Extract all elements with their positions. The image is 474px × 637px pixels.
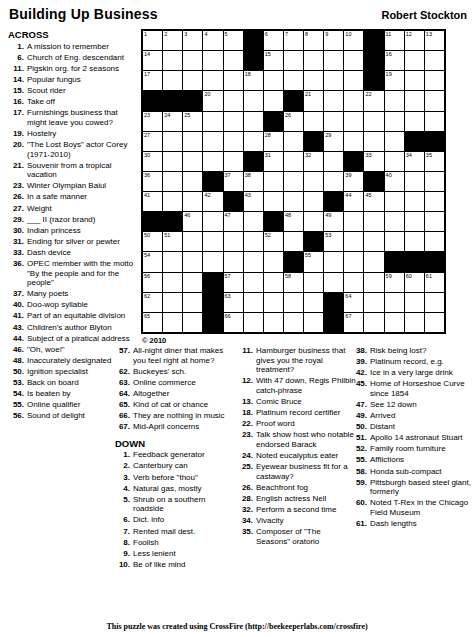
cell-number: 57	[225, 273, 231, 280]
cell-number: 47	[225, 212, 231, 219]
grid-cell[interactable]	[405, 91, 424, 110]
clue-text: With 47 down, Regis Philbin catch-phrase	[256, 376, 356, 395]
grid-cell[interactable]	[344, 232, 363, 251]
grid-cell[interactable]	[284, 192, 303, 211]
cell-number: 15	[265, 51, 271, 58]
grid-cell[interactable]	[203, 252, 222, 271]
clue-number: 23.	[8, 181, 27, 191]
cell-number: 25	[184, 112, 190, 119]
grid-cell[interactable]: 42	[203, 192, 222, 211]
cell-number: 64	[345, 293, 351, 300]
clue-item: 36.OPEC member with the motto "By the pe…	[8, 259, 139, 288]
cell-number: 48	[285, 212, 291, 219]
grid-cell[interactable]: 51	[163, 232, 182, 251]
grid-cell[interactable]: 17	[143, 71, 162, 90]
clue-number: 50.	[352, 422, 370, 432]
grid-cell[interactable]	[385, 112, 404, 131]
clue-item: 61.Dash lengths	[352, 519, 473, 529]
clue-text: A mission to remember	[27, 42, 139, 52]
grid-cell[interactable]	[304, 192, 323, 211]
grid-cell[interactable]: 16	[385, 51, 404, 70]
grid-cell[interactable]	[324, 172, 343, 191]
grid-cell[interactable]	[183, 293, 202, 312]
grid-cell[interactable]	[344, 91, 363, 110]
grid-cell[interactable]	[183, 232, 202, 251]
grid-cell[interactable]: 47	[224, 212, 243, 231]
grid-cell[interactable]	[425, 172, 444, 191]
clue-text: In a safe manner	[27, 192, 139, 202]
down-heading: DOWN	[115, 439, 237, 449]
grid-cell[interactable]: 39	[344, 172, 363, 191]
cell-number: 20	[204, 91, 210, 98]
clue-item: 37.Many poets	[8, 289, 139, 299]
clue-item: 9.Less lenient	[115, 549, 237, 559]
clue-text: Popular fungus	[27, 75, 139, 85]
across-heading: ACROSS	[8, 30, 139, 40]
clue-text: Proof word	[256, 419, 356, 429]
cell-number: 53	[325, 232, 331, 239]
grid-cell[interactable]	[324, 51, 343, 70]
grid-cell[interactable]: 27	[143, 132, 162, 151]
cell-number: 49	[325, 212, 331, 219]
grid-cell[interactable]	[264, 252, 283, 271]
grid-cell[interactable]	[324, 252, 343, 271]
grid-cell[interactable]	[244, 91, 263, 110]
clue-text: Furnishings business that might leave yo…	[27, 108, 139, 127]
clue-item: 52.Family room furniture	[352, 444, 473, 454]
grid-cell[interactable]: 66	[224, 313, 243, 332]
grid-cell[interactable]: 56	[143, 273, 162, 292]
clue-number: 13.	[238, 397, 256, 407]
clue-number: 32.	[238, 505, 256, 515]
grid-cell[interactable]	[425, 313, 444, 332]
grid-cell[interactable]	[324, 273, 343, 292]
grid-cell[interactable]	[163, 132, 182, 151]
grid-cell[interactable]	[163, 71, 182, 90]
clue-item: 7.Rented mail dest.	[115, 527, 237, 537]
clue-number: 14.	[8, 75, 27, 85]
grid-cell[interactable]	[344, 252, 363, 271]
grid-cell[interactable]: 67	[344, 313, 363, 332]
grid-cell[interactable]	[203, 71, 222, 90]
cell-number: 22	[365, 91, 371, 98]
grid-cell[interactable]: 31	[264, 152, 283, 171]
clue-item: 65.Kind of cat or chance	[115, 400, 237, 410]
grid-cell[interactable]	[405, 293, 424, 312]
grid-cell[interactable]	[163, 273, 182, 292]
puzzle-author: Robert Stockton	[381, 9, 467, 21]
grid-cell[interactable]: 60	[405, 273, 424, 292]
clue-text: Perform a second time	[256, 505, 356, 515]
grid-cell[interactable]	[304, 273, 323, 292]
grid-cell[interactable]: 28	[264, 132, 283, 151]
grid-cell[interactable]	[364, 313, 383, 332]
grid-black-cell	[284, 252, 303, 271]
grid-cell[interactable]	[425, 51, 444, 70]
grid-cell[interactable]: 53	[324, 232, 343, 251]
grid-cell[interactable]	[224, 232, 243, 251]
grid-cell[interactable]	[304, 293, 323, 312]
grid-cell[interactable]	[244, 252, 263, 271]
clue-item: 12.With 47 down, Regis Philbin catch-phr…	[238, 376, 356, 395]
clue-number: 65.	[115, 400, 133, 410]
grid-cell[interactable]: 38	[244, 172, 263, 191]
grid-cell[interactable]	[344, 132, 363, 151]
grid-cell[interactable]	[264, 172, 283, 191]
grid-cell[interactable]: 54	[143, 252, 162, 271]
grid-cell[interactable]: 9	[324, 31, 343, 50]
grid-cell[interactable]	[183, 192, 202, 211]
grid-cell[interactable]	[304, 112, 323, 131]
grid-cell[interactable]	[183, 273, 202, 292]
grid-cell[interactable]: 35	[425, 152, 444, 171]
grid-black-cell	[324, 192, 343, 211]
grid-cell[interactable]: 1	[143, 31, 162, 50]
grid-cell[interactable]: 20	[203, 91, 222, 110]
grid-cell[interactable]	[364, 112, 383, 131]
grid-cell[interactable]	[324, 91, 343, 110]
grid-cell[interactable]: 15	[264, 51, 283, 70]
clue-item: 22.Proof word	[238, 419, 356, 429]
grid-cell[interactable]	[385, 232, 404, 251]
clue-item: 39.Platinum record, e.g.	[352, 357, 473, 367]
grid-cell[interactable]	[344, 112, 363, 131]
clue-number: 35.	[238, 527, 256, 546]
grid-cell[interactable]: 8	[304, 31, 323, 50]
grid-cell[interactable]	[203, 152, 222, 171]
cell-number: 66	[225, 313, 231, 320]
grid-cell[interactable]	[203, 112, 222, 131]
grid-cell[interactable]	[364, 132, 383, 151]
grid-cell[interactable]	[203, 212, 222, 231]
clue-number: 64.	[115, 389, 133, 399]
grid-cell[interactable]: 23	[143, 112, 162, 131]
grid-cell[interactable]	[385, 91, 404, 110]
grid-cell[interactable]	[284, 132, 303, 151]
grid-cell[interactable]	[163, 172, 182, 191]
grid-cell[interactable]: 25	[183, 112, 202, 131]
clue-text: Indian princess	[27, 226, 139, 236]
grid-cell[interactable]	[324, 71, 343, 90]
grid-cell[interactable]: 45	[364, 192, 383, 211]
grid-cell[interactable]	[284, 152, 303, 171]
grid-cell[interactable]: 50	[143, 232, 162, 251]
clue-text: Honda sub-compact	[370, 467, 473, 477]
grid-black-cell	[405, 252, 424, 271]
grid-cell[interactable]	[284, 71, 303, 90]
grid-cell[interactable]	[163, 152, 182, 171]
grid-cell[interactable]	[224, 152, 243, 171]
grid-cell[interactable]: 24	[163, 112, 182, 131]
cell-number: 51	[164, 232, 170, 239]
grid-cell[interactable]: 33	[364, 152, 383, 171]
grid-cell[interactable]: 52	[264, 232, 283, 251]
grid-cell[interactable]	[183, 71, 202, 90]
grid-cell[interactable]	[264, 91, 283, 110]
grid-cell[interactable]	[244, 293, 263, 312]
clue-item: 62.Buckeyes' sch.	[115, 367, 237, 377]
grid-black-cell	[284, 91, 303, 110]
grid-cell[interactable]	[425, 112, 444, 131]
grid-cell[interactable]	[344, 212, 363, 231]
grid-cell[interactable]	[224, 71, 243, 90]
grid-cell[interactable]	[405, 172, 424, 191]
cell-number: 38	[245, 172, 251, 179]
clue-number: 50.	[8, 367, 27, 377]
clue-item: 35.Composer of "The Seasons" oratorio	[238, 527, 356, 546]
cell-number: 52	[265, 232, 271, 239]
grid-cell[interactable]	[244, 212, 263, 231]
cell-number: 37	[225, 172, 231, 179]
grid-cell[interactable]: 37	[224, 172, 243, 191]
grid-cell[interactable]: 63	[224, 293, 243, 312]
grid-cell[interactable]	[183, 51, 202, 70]
clue-text: Many poets	[27, 289, 139, 299]
grid-cell[interactable]	[284, 51, 303, 70]
grid-cell[interactable]	[344, 273, 363, 292]
grid-cell[interactable]: 55	[304, 252, 323, 271]
clue-text: Foolish	[133, 538, 237, 548]
grid-cell[interactable]	[244, 232, 263, 251]
grid-cell[interactable]: 34	[405, 152, 424, 171]
clue-item: 16.Take off	[8, 97, 139, 107]
grid-cell[interactable]	[244, 273, 263, 292]
grid-cell[interactable]: 49	[324, 212, 343, 231]
clue-item: 6.Dict. info	[115, 515, 237, 525]
grid-cell[interactable]: 21	[304, 91, 323, 110]
clue-number: 62.	[115, 367, 133, 377]
clue-item: 26.In a safe manner	[8, 192, 139, 202]
grid-cell[interactable]: 26	[284, 112, 303, 131]
grid-cell[interactable]: 30	[143, 152, 162, 171]
grid-cell[interactable]: 4	[203, 31, 222, 50]
grid-cell[interactable]	[264, 273, 283, 292]
clue-number: 15.	[8, 86, 27, 96]
clue-item: 60.Noted T-Rex in the Chicago Field Muse…	[352, 498, 473, 517]
grid-cell[interactable]	[364, 252, 383, 271]
clue-item: 24.Noted eucalyptus eater	[238, 451, 356, 461]
clue-item: 59.Pittsburgh based steel giant, formerl…	[352, 478, 473, 497]
clue-text: Rented mail dest.	[133, 527, 237, 537]
cell-number: 41	[144, 192, 150, 199]
grid-cell[interactable]: 11	[385, 31, 404, 50]
grid-cell[interactable]	[364, 293, 383, 312]
grid-cell[interactable]	[183, 172, 202, 191]
clue-text: Take off	[27, 97, 139, 107]
cell-number: 40	[386, 172, 392, 179]
cell-number: 61	[426, 273, 432, 280]
grid-cell[interactable]	[324, 112, 343, 131]
grid-cell[interactable]: 18	[244, 71, 263, 90]
grid-cell[interactable]: 48	[284, 212, 303, 231]
grid-cell[interactable]	[183, 132, 202, 151]
clue-number: 18.	[238, 408, 256, 418]
clue-item: 66.They are nothing in music	[115, 411, 237, 421]
grid-cell[interactable]: 19	[385, 71, 404, 90]
clue-item: 25.Eyewear business fit for a castaway?	[238, 462, 356, 481]
grid-cell[interactable]: 65	[143, 313, 162, 332]
clue-text: Noted eucalyptus eater	[256, 451, 356, 461]
grid-black-cell	[244, 152, 263, 171]
clue-number: 11.	[8, 64, 27, 74]
grid-cell[interactable]: 36	[143, 172, 162, 191]
clue-item: 33.Dash device	[8, 248, 139, 258]
clue-number: 8.	[115, 538, 133, 548]
grid-cell[interactable]	[163, 51, 182, 70]
grid-cell[interactable]	[405, 112, 424, 131]
grid-cell[interactable]	[244, 313, 263, 332]
grid-cell[interactable]	[405, 313, 424, 332]
grid-cell[interactable]	[385, 152, 404, 171]
grid-cell[interactable]: 10	[344, 31, 363, 50]
grid-cell[interactable]: 22	[364, 91, 383, 110]
grid-cell[interactable]	[183, 313, 202, 332]
grid-cell[interactable]	[425, 212, 444, 231]
grid-cell[interactable]	[405, 212, 424, 231]
grid-cell[interactable]	[405, 51, 424, 70]
grid-cell[interactable]	[264, 293, 283, 312]
grid-cell[interactable]	[364, 232, 383, 251]
grid-cell[interactable]	[425, 232, 444, 251]
clue-number: 10.	[115, 560, 133, 570]
grid-cell[interactable]: 7	[284, 31, 303, 50]
grid-cell[interactable]	[203, 232, 222, 251]
grid-cell[interactable]: 3	[183, 31, 202, 50]
grid-cell[interactable]	[425, 71, 444, 90]
copyright: © 2010	[142, 336, 166, 345]
grid-cell[interactable]	[304, 313, 323, 332]
grid-cell[interactable]	[244, 112, 263, 131]
grid-cell[interactable]	[284, 232, 303, 251]
grid-cell[interactable]: 61	[425, 273, 444, 292]
grid-cell[interactable]	[284, 172, 303, 191]
grid-cell[interactable]	[163, 293, 182, 312]
grid-cell[interactable]: 64	[344, 293, 363, 312]
grid-cell[interactable]	[224, 91, 243, 110]
grid-cell[interactable]	[385, 132, 404, 151]
grid-cell[interactable]	[304, 51, 323, 70]
clue-number: 67.	[115, 422, 133, 432]
clue-text: Church of Eng. descendant	[27, 53, 139, 63]
clue-item: 44.Subject of a piratical address	[8, 334, 139, 344]
grid-cell[interactable]	[244, 132, 263, 151]
crossword-grid: 1234567891011121314151617181920212223242…	[141, 29, 446, 334]
grid-cell[interactable]	[304, 71, 323, 90]
cell-number: 28	[265, 132, 271, 139]
grid-cell[interactable]: 59	[385, 273, 404, 292]
clue-text: All-night diner that makes you feel righ…	[133, 346, 237, 365]
clue-number: 1.	[8, 42, 27, 52]
grid-cell[interactable]: 43	[244, 192, 263, 211]
grid-cell[interactable]: 13	[425, 31, 444, 50]
grid-cell[interactable]	[425, 91, 444, 110]
grid-black-cell	[364, 31, 383, 50]
grid-cell[interactable]	[304, 212, 323, 231]
grid-black-cell	[163, 91, 182, 110]
grid-cell[interactable]: 5	[224, 31, 243, 50]
grid-cell[interactable]: 6	[264, 31, 283, 50]
grid-cell[interactable]	[224, 132, 243, 151]
grid-black-cell	[244, 31, 263, 50]
cell-number: 10	[345, 31, 351, 38]
clue-text: Arrived	[370, 411, 473, 421]
grid-cell[interactable]	[344, 51, 363, 70]
grid-cell[interactable]	[405, 232, 424, 251]
grid-cell[interactable]	[203, 132, 222, 151]
grid-cell[interactable]	[364, 273, 383, 292]
grid-cell[interactable]	[224, 252, 243, 271]
grid-cell[interactable]	[364, 212, 383, 231]
grid-cell[interactable]	[264, 313, 283, 332]
grid-cell[interactable]: 12	[405, 31, 424, 50]
grid-cell[interactable]	[385, 293, 404, 312]
clue-number: 48.	[8, 356, 27, 366]
grid-cell[interactable]	[224, 112, 243, 131]
clue-number: 46.	[8, 345, 27, 355]
grid-cell[interactable]	[385, 212, 404, 231]
grid-cell[interactable]	[163, 252, 182, 271]
grid-cell[interactable]	[163, 192, 182, 211]
clue-number: 3.	[115, 473, 133, 483]
grid-cell[interactable]: 40	[385, 172, 404, 191]
cell-number: 50	[144, 232, 150, 239]
grid-cell[interactable]	[405, 71, 424, 90]
clue-item: 63.Online commerce	[115, 378, 237, 388]
grid-cell[interactable]	[264, 71, 283, 90]
clue-item: 43.Children's author Blyton	[8, 323, 139, 333]
grid-cell[interactable]: 2	[163, 31, 182, 50]
grid-cell[interactable]: 41	[143, 192, 162, 211]
grid-cell[interactable]: 46	[183, 212, 202, 231]
grid-cell[interactable]: 14	[143, 51, 162, 70]
grid-cell[interactable]: 62	[143, 293, 162, 312]
clue-item: 8.Foolish	[115, 538, 237, 548]
grid-cell[interactable]	[183, 252, 202, 271]
grid-cell[interactable]	[284, 313, 303, 332]
cell-number: 59	[386, 273, 392, 280]
grid-cell[interactable]	[304, 172, 323, 191]
grid-cell[interactable]	[344, 71, 363, 90]
clue-number: 60.	[352, 498, 370, 517]
grid-cell[interactable]	[425, 192, 444, 211]
cell-number: 1	[144, 31, 147, 38]
grid-cell[interactable]	[163, 313, 182, 332]
grid-cell[interactable]: 29	[324, 132, 343, 151]
clue-number: 63.	[115, 378, 133, 388]
grid-cell[interactable]	[183, 152, 202, 171]
grid-cell[interactable]: 44	[344, 192, 363, 211]
grid-cell[interactable]	[385, 192, 404, 211]
clue-number: 33.	[8, 248, 27, 258]
grid-cell[interactable]	[425, 293, 444, 312]
grid-cell[interactable]: 58	[284, 273, 303, 292]
clue-item: 40.Doo-wop syllable	[8, 300, 139, 310]
grid-cell[interactable]: 57	[224, 273, 243, 292]
grid-cell[interactable]	[405, 192, 424, 211]
grid-cell[interactable]: 32	[304, 152, 323, 171]
grid-cell[interactable]	[284, 293, 303, 312]
clue-item: 15.Scout rider	[8, 86, 139, 96]
clue-text: OPEC member with the motto "By the peopl…	[27, 259, 139, 288]
clue-number: 44.	[8, 334, 27, 344]
grid-cell[interactable]	[385, 313, 404, 332]
cell-number: 54	[144, 252, 150, 259]
clue-text: Altogether	[133, 389, 237, 399]
grid-cell[interactable]	[203, 51, 222, 70]
grid-cell[interactable]	[264, 192, 283, 211]
grid-cell[interactable]	[324, 152, 343, 171]
grid-cell[interactable]	[224, 51, 243, 70]
